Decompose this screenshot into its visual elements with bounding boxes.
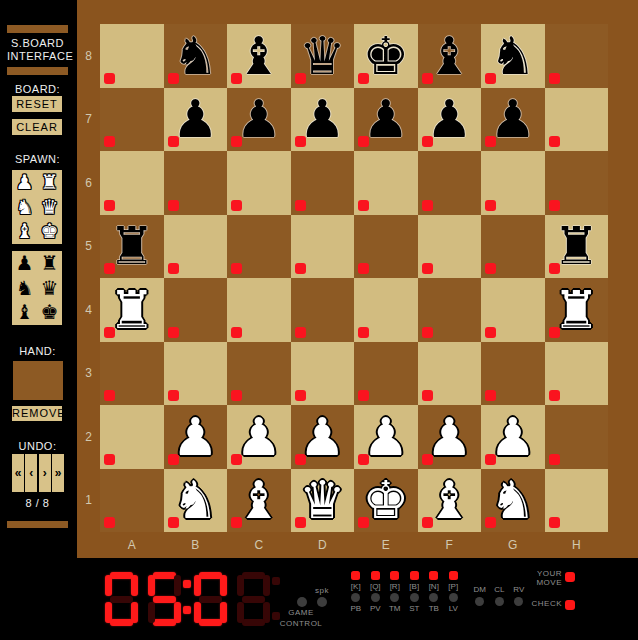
square-b5[interactable] (164, 215, 228, 279)
piece-glyph: ♞ (16, 195, 34, 219)
spawn-black-pawn[interactable]: ♟ (12, 251, 37, 276)
move-marker (295, 73, 306, 84)
move-marker (104, 136, 115, 147)
redo-all-button[interactable]: » (52, 454, 64, 492)
move-marker (231, 327, 242, 338)
spawn-black-queen[interactable]: ♛ (37, 276, 62, 301)
key-label: [B] (409, 582, 419, 592)
piece-glyph: ♛ (41, 195, 59, 219)
option-label: TB (429, 604, 439, 614)
move-marker (104, 263, 115, 274)
square-g1[interactable]: ♞ (481, 469, 545, 533)
spawn-palette-white: ♟♜♞♛♝♚ (12, 170, 62, 244)
square-c2[interactable]: ♟ (227, 405, 291, 469)
check-led (565, 600, 575, 610)
square-f3[interactable] (418, 342, 482, 406)
hand-section-label: HAND: (7, 345, 68, 357)
move-marker (485, 73, 496, 84)
clock-colon-dot (183, 580, 191, 588)
square-b3[interactable] (164, 342, 228, 406)
speaker-label: spk (312, 586, 332, 595)
square-b2[interactable]: ♟ (164, 405, 228, 469)
your-move-label: YOUR MOVE (520, 569, 562, 587)
sidebar-divider-bar (7, 67, 68, 75)
move-marker (231, 200, 242, 211)
move-marker (295, 200, 306, 211)
piece-led (429, 571, 438, 580)
move-marker (485, 517, 496, 528)
reset-button[interactable]: RESET (12, 96, 62, 112)
piece-key-indicators: [K]PB[Q]PV[R]TM[B]ST[N]TB[P]LV (346, 571, 463, 615)
rank-label-2: 2 (77, 405, 100, 469)
option-label: LV (449, 604, 458, 614)
square-b1[interactable]: ♞ (164, 469, 228, 533)
file-label-d: D (291, 532, 355, 558)
move-marker (104, 200, 115, 211)
move-marker (168, 73, 179, 84)
check-label: CHECK (520, 599, 562, 608)
move-marker (549, 327, 560, 338)
square-e7[interactable]: ♟ (354, 88, 418, 152)
key-label: [K] (351, 582, 361, 592)
square-h4[interactable]: ♜ (545, 278, 609, 342)
square-a4[interactable]: ♜ (100, 278, 164, 342)
file-label-g: G (481, 532, 545, 558)
square-d8[interactable]: ♛ (291, 24, 355, 88)
square-a1[interactable] (100, 469, 164, 533)
mode-dm[interactable]: DM (470, 585, 490, 606)
move-marker (168, 327, 179, 338)
square-f8[interactable]: ♝ (418, 24, 482, 88)
sidebar-top-bar (7, 25, 68, 33)
undo-controls: « ‹ › » (12, 454, 64, 492)
move-marker (231, 454, 242, 465)
move-marker (358, 390, 369, 401)
spawn-black-knight[interactable]: ♞ (12, 276, 37, 301)
indicator-column-q: [Q]PV (366, 571, 386, 615)
move-marker (358, 327, 369, 338)
game-control-label-line1: GAME (286, 608, 316, 617)
square-g8[interactable]: ♞ (481, 24, 545, 88)
move-marker (231, 390, 242, 401)
move-marker (422, 390, 433, 401)
move-marker (549, 517, 560, 528)
square-e5[interactable] (354, 215, 418, 279)
move-marker (231, 136, 242, 147)
redo-button[interactable]: › (39, 454, 51, 492)
square-c8[interactable]: ♝ (227, 24, 291, 88)
mode-led (475, 597, 484, 606)
piece-glyph: ♜ (41, 170, 59, 194)
spawn-white-rook[interactable]: ♜ (37, 170, 62, 195)
square-a8[interactable] (100, 24, 164, 88)
file-label-a: A (100, 532, 164, 558)
move-marker (422, 73, 433, 84)
move-marker (168, 390, 179, 401)
square-e4[interactable] (354, 278, 418, 342)
spawn-black-rook[interactable]: ♜ (37, 251, 62, 276)
spawn-section-label: SPAWN: (7, 153, 68, 165)
move-marker (295, 136, 306, 147)
square-c3[interactable] (227, 342, 291, 406)
move-marker (549, 454, 560, 465)
move-marker (549, 136, 560, 147)
square-c1[interactable]: ♝ (227, 469, 291, 533)
undo-section-label: UNDO: (7, 440, 68, 452)
move-marker (358, 73, 369, 84)
move-marker (358, 263, 369, 274)
move-marker (485, 263, 496, 274)
mode-label: DM (474, 585, 486, 595)
spawn-white-king[interactable]: ♚ (37, 219, 62, 244)
move-marker (358, 200, 369, 211)
hand-slot[interactable] (13, 361, 63, 400)
option-led[interactable] (429, 593, 438, 602)
piece-glyph: ♝ (16, 300, 34, 324)
app-title-line2: INTERFACE (7, 50, 68, 63)
square-d1[interactable]: ♛ (291, 469, 355, 533)
move-marker (104, 73, 115, 84)
indicator-column-k: [K]PB (346, 571, 366, 615)
square-e6[interactable] (354, 151, 418, 215)
key-label: [R] (390, 582, 400, 592)
square-d7[interactable]: ♟ (291, 88, 355, 152)
move-marker (104, 390, 115, 401)
move-marker (168, 200, 179, 211)
rank-label-7: 7 (77, 88, 100, 152)
option-led[interactable] (449, 593, 458, 602)
move-marker (422, 136, 433, 147)
square-e1[interactable]: ♚ (354, 469, 418, 533)
move-marker (422, 517, 433, 528)
square-e2[interactable]: ♟ (354, 405, 418, 469)
clear-button[interactable]: CLEAR (12, 119, 62, 135)
move-marker (231, 263, 242, 274)
move-marker (231, 73, 242, 84)
square-g5[interactable] (481, 215, 545, 279)
file-labels: ABCDEFGH (100, 532, 608, 558)
clock-mark-dot (272, 577, 280, 585)
remove-button[interactable]: REMOVE (12, 406, 62, 421)
indicator-column-r: [R]TM (385, 571, 405, 615)
square-b6[interactable] (164, 151, 228, 215)
spawn-black-king[interactable]: ♚ (37, 300, 62, 325)
square-d4[interactable] (291, 278, 355, 342)
undo-button[interactable]: ‹ (25, 454, 37, 492)
move-marker (358, 454, 369, 465)
square-h1[interactable] (545, 469, 609, 533)
undo-all-button[interactable]: « (12, 454, 24, 492)
move-marker (104, 454, 115, 465)
move-marker (231, 517, 242, 528)
spawn-white-pawn[interactable]: ♟ (12, 170, 37, 195)
rank-label-4: 4 (77, 278, 100, 342)
file-label-e: E (354, 532, 418, 558)
move-marker (168, 454, 179, 465)
piece-led (449, 571, 458, 580)
piece-glyph: ♜ (41, 251, 59, 275)
move-marker (485, 390, 496, 401)
square-f4[interactable] (418, 278, 482, 342)
piece-glyph: ♟ (16, 170, 34, 194)
clock-digit-4 (237, 572, 270, 626)
move-marker (295, 454, 306, 465)
square-g6[interactable] (481, 151, 545, 215)
option-led[interactable] (410, 593, 419, 602)
move-marker (295, 327, 306, 338)
piece-glyph: ♟ (16, 251, 34, 275)
piece-led (371, 571, 380, 580)
piece-glyph: ♛ (41, 276, 59, 300)
key-label: [P] (448, 582, 458, 592)
indicator-column-n: [N]TB (424, 571, 444, 615)
move-marker (295, 517, 306, 528)
square-c6[interactable] (227, 151, 291, 215)
file-label-c: C (227, 532, 291, 558)
rank-label-5: 5 (77, 215, 100, 279)
clock-digit-3 (194, 572, 227, 626)
option-led[interactable] (351, 593, 360, 602)
clock-colon-dot (183, 606, 191, 614)
sidebar-bottom-bar (7, 521, 68, 528)
square-g7[interactable]: ♟ (481, 88, 545, 152)
square-h7[interactable] (545, 88, 609, 152)
square-e8[interactable]: ♚ (354, 24, 418, 88)
square-g2[interactable]: ♟ (481, 405, 545, 469)
rank-label-1: 1 (77, 469, 100, 533)
move-marker (168, 263, 179, 274)
piece-glyph: ♞ (16, 276, 34, 300)
move-marker (295, 390, 306, 401)
indicator-column-p: [P]LV (444, 571, 464, 615)
mode-led (495, 597, 504, 606)
your-move-led (565, 572, 575, 582)
square-h5[interactable]: ♜ (545, 215, 609, 279)
spawn-white-knight[interactable]: ♞ (12, 195, 37, 220)
square-g3[interactable] (481, 342, 545, 406)
mode-cl[interactable]: CL (490, 585, 510, 606)
speaker-led[interactable] (317, 597, 327, 607)
board-section-label: BOARD: (7, 83, 68, 95)
square-f7[interactable]: ♟ (418, 88, 482, 152)
move-marker (549, 390, 560, 401)
move-marker (549, 200, 560, 211)
square-b7[interactable]: ♟ (164, 88, 228, 152)
move-marker (422, 327, 433, 338)
square-a3[interactable] (100, 342, 164, 406)
undo-counter: 8 / 8 (7, 497, 68, 509)
key-label: [N] (429, 582, 439, 592)
square-c4[interactable] (227, 278, 291, 342)
move-marker (295, 263, 306, 274)
game-control-led[interactable] (297, 597, 307, 607)
option-led[interactable] (390, 593, 399, 602)
file-label-f: F (418, 532, 482, 558)
square-b4[interactable] (164, 278, 228, 342)
rank-label-3: 3 (77, 342, 100, 406)
move-marker (485, 327, 496, 338)
move-marker (422, 263, 433, 274)
square-h2[interactable] (545, 405, 609, 469)
piece-glyph: ♝ (16, 219, 34, 243)
move-marker (104, 327, 115, 338)
file-label-b: B (164, 532, 228, 558)
option-led[interactable] (371, 593, 380, 602)
move-marker (485, 454, 496, 465)
square-f2[interactable]: ♟ (418, 405, 482, 469)
piece-led (351, 571, 360, 580)
square-d3[interactable] (291, 342, 355, 406)
rank-label-8: 8 (77, 24, 100, 88)
square-b8[interactable]: ♞ (164, 24, 228, 88)
square-h6[interactable] (545, 151, 609, 215)
move-marker (485, 200, 496, 211)
move-marker (422, 200, 433, 211)
square-g4[interactable] (481, 278, 545, 342)
move-marker (168, 136, 179, 147)
sboard-interface-app: S.BOARD INTERFACE BOARD: RESET CLEAR SPA… (0, 0, 638, 640)
square-f1[interactable]: ♝ (418, 469, 482, 533)
square-d6[interactable] (291, 151, 355, 215)
move-marker (358, 517, 369, 528)
square-h8[interactable] (545, 24, 609, 88)
move-marker (168, 517, 179, 528)
move-marker (104, 517, 115, 528)
square-e3[interactable] (354, 342, 418, 406)
spawn-white-queen[interactable]: ♛ (37, 195, 62, 220)
move-marker (549, 263, 560, 274)
move-marker (549, 73, 560, 84)
option-label: PB (350, 604, 361, 614)
chess-board: ♞♝♛♚♝♞♟♟♟♟♟♟♜♜♜♜♟♟♟♟♟♟♞♝♛♚♝♞ (100, 24, 608, 532)
move-marker (485, 136, 496, 147)
file-label-h: H (545, 532, 609, 558)
move-marker (358, 136, 369, 147)
rank-label-6: 6 (77, 151, 100, 215)
piece-glyph: ♚ (41, 219, 59, 243)
mode-label: CL (494, 585, 504, 595)
option-label: ST (409, 604, 419, 614)
key-label: [Q] (370, 582, 381, 592)
clock-digit-2 (148, 572, 181, 626)
square-d2[interactable]: ♟ (291, 405, 355, 469)
clock-digit-1 (105, 572, 138, 626)
square-c5[interactable] (227, 215, 291, 279)
app-title-line1: S.BOARD (7, 37, 68, 50)
spawn-white-bishop[interactable]: ♝ (12, 219, 37, 244)
square-h3[interactable] (545, 342, 609, 406)
square-d5[interactable] (291, 215, 355, 279)
square-a2[interactable] (100, 405, 164, 469)
game-control-label-line2: CONTROL (279, 619, 323, 628)
square-f6[interactable] (418, 151, 482, 215)
option-label: TM (389, 604, 401, 614)
piece-led (410, 571, 419, 580)
square-a7[interactable] (100, 88, 164, 152)
option-label: PV (370, 604, 381, 614)
square-a6[interactable] (100, 151, 164, 215)
indicator-column-b: [B]ST (405, 571, 425, 615)
rank-labels: 87654321 (77, 24, 100, 532)
spawn-black-bishop[interactable]: ♝ (12, 300, 37, 325)
square-c7[interactable]: ♟ (227, 88, 291, 152)
spawn-palette-black: ♟♜♞♛♝♚ (12, 251, 62, 325)
piece-glyph: ♚ (41, 300, 59, 324)
square-f5[interactable] (418, 215, 482, 279)
square-a5[interactable]: ♜ (100, 215, 164, 279)
piece-led (390, 571, 399, 580)
move-marker (422, 454, 433, 465)
